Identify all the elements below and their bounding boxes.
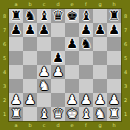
square-d3[interactable] xyxy=(51,79,65,93)
black-pawn: ♟ xyxy=(94,23,106,37)
black-bishop: ♝ xyxy=(80,9,92,23)
square-f1[interactable]: ♝ xyxy=(79,107,93,121)
square-c2[interactable] xyxy=(37,93,51,107)
square-h1[interactable]: ♜ xyxy=(107,107,121,121)
square-a1[interactable]: ♜ xyxy=(9,107,23,121)
rank-label-6: 6 xyxy=(121,37,130,51)
square-a3[interactable] xyxy=(9,79,23,93)
square-g4[interactable] xyxy=(93,65,107,79)
square-g5[interactable] xyxy=(93,51,107,65)
white-king: ♚ xyxy=(66,107,78,121)
white-pawn: ♟ xyxy=(94,93,106,107)
square-b8[interactable]: ♞ xyxy=(23,9,37,23)
square-b2[interactable]: ♟ xyxy=(23,93,37,107)
file-label-c: c xyxy=(37,121,51,130)
square-b1[interactable] xyxy=(23,107,37,121)
square-d5[interactable]: ♟ xyxy=(51,51,65,65)
rank-label-3: 3 xyxy=(121,79,130,93)
file-labels-bottom: abcdefgh xyxy=(9,121,121,130)
square-h3[interactable] xyxy=(107,79,121,93)
square-d7[interactable] xyxy=(51,23,65,37)
square-d2[interactable] xyxy=(51,93,65,107)
square-h6[interactable] xyxy=(107,37,121,51)
square-h5[interactable] xyxy=(107,51,121,65)
file-label-g: g xyxy=(93,121,107,130)
white-pawn: ♟ xyxy=(80,93,92,107)
rank-label-7: 7 xyxy=(121,23,130,37)
white-pawn: ♟ xyxy=(52,65,64,79)
white-pawn: ♟ xyxy=(24,93,36,107)
rank-label-6: 6 xyxy=(0,37,9,51)
square-f8[interactable]: ♝ xyxy=(79,9,93,23)
square-h7[interactable]: ♟ xyxy=(107,23,121,37)
square-b7[interactable]: ♟ xyxy=(23,23,37,37)
rank-label-8: 8 xyxy=(0,9,9,23)
square-e2[interactable]: ♟ xyxy=(65,93,79,107)
square-c1[interactable]: ♝ xyxy=(37,107,51,121)
square-c4[interactable]: ♟ xyxy=(37,65,51,79)
black-pawn: ♟ xyxy=(38,23,50,37)
square-d4[interactable]: ♟ xyxy=(51,65,65,79)
white-pawn: ♟ xyxy=(38,65,50,79)
square-f5[interactable] xyxy=(79,51,93,65)
rank-label-5: 5 xyxy=(0,51,9,65)
square-b5[interactable] xyxy=(23,51,37,65)
white-queen: ♛ xyxy=(52,107,64,121)
square-g2[interactable]: ♟ xyxy=(93,93,107,107)
rank-label-8: 8 xyxy=(121,9,130,23)
file-label-e: e xyxy=(65,121,79,130)
white-knight: ♞ xyxy=(38,79,50,93)
square-e3[interactable] xyxy=(65,79,79,93)
white-pawn: ♟ xyxy=(10,93,22,107)
square-a6[interactable] xyxy=(9,37,23,51)
square-d6[interactable] xyxy=(51,37,65,51)
rank-label-2: 2 xyxy=(0,93,9,107)
file-label-f: f xyxy=(79,121,93,130)
rank-label-5: 5 xyxy=(121,51,130,65)
square-a8[interactable]: ♜ xyxy=(9,9,23,23)
square-f2[interactable]: ♟ xyxy=(79,93,93,107)
file-label-g: g xyxy=(93,0,107,9)
square-g6[interactable] xyxy=(93,37,107,51)
square-c3[interactable]: ♞ xyxy=(37,79,51,93)
rank-label-7: 7 xyxy=(0,23,9,37)
square-g8[interactable] xyxy=(93,9,107,23)
square-h8[interactable]: ♜ xyxy=(107,9,121,23)
square-d1[interactable]: ♛ xyxy=(51,107,65,121)
rank-label-4: 4 xyxy=(0,65,9,79)
black-pawn: ♟ xyxy=(66,37,78,51)
square-f6[interactable]: ♞ xyxy=(79,37,93,51)
black-knight: ♞ xyxy=(80,37,92,51)
black-pawn: ♟ xyxy=(80,23,92,37)
white-rook: ♜ xyxy=(108,107,120,121)
black-rook: ♜ xyxy=(10,9,22,23)
square-b3[interactable] xyxy=(23,79,37,93)
white-bishop: ♝ xyxy=(80,107,92,121)
chess-board-frame: abcdefgh abcdefgh 87654321 87654321 ♜♞♝♛… xyxy=(0,0,130,130)
square-e1[interactable]: ♚ xyxy=(65,107,79,121)
black-queen: ♛ xyxy=(52,9,64,23)
square-e4[interactable] xyxy=(65,65,79,79)
square-f3[interactable] xyxy=(79,79,93,93)
square-e8[interactable]: ♚ xyxy=(65,9,79,23)
square-g1[interactable]: ♞ xyxy=(93,107,107,121)
square-a5[interactable] xyxy=(9,51,23,65)
square-h2[interactable]: ♟ xyxy=(107,93,121,107)
rank-label-4: 4 xyxy=(121,65,130,79)
chess-board: ♜♞♝♛♚♝♜♟♟♟♟♟♟♟♞♟♟♟♞♟♟♟♟♟♟♜♝♛♚♝♞♜ xyxy=(9,9,121,121)
rank-label-2: 2 xyxy=(121,93,130,107)
black-pawn: ♟ xyxy=(52,51,64,65)
square-e7[interactable] xyxy=(65,23,79,37)
file-label-d: d xyxy=(51,121,65,130)
white-rook: ♜ xyxy=(10,107,22,121)
square-g3[interactable] xyxy=(93,79,107,93)
square-e5[interactable] xyxy=(65,51,79,65)
square-c7[interactable]: ♟ xyxy=(37,23,51,37)
black-pawn: ♟ xyxy=(10,23,22,37)
square-a7[interactable]: ♟ xyxy=(9,23,23,37)
white-pawn: ♟ xyxy=(108,93,120,107)
white-knight: ♞ xyxy=(94,107,106,121)
black-rook: ♜ xyxy=(108,9,120,23)
rank-labels-right: 87654321 xyxy=(121,9,130,121)
black-knight: ♞ xyxy=(24,9,36,23)
file-label-b: b xyxy=(23,121,37,130)
rank-label-3: 3 xyxy=(0,79,9,93)
square-c6[interactable] xyxy=(37,37,51,51)
black-pawn: ♟ xyxy=(108,23,120,37)
square-h4[interactable] xyxy=(107,65,121,79)
square-d8[interactable]: ♛ xyxy=(51,9,65,23)
square-c5[interactable] xyxy=(37,51,51,65)
black-king: ♚ xyxy=(66,9,78,23)
file-label-h: h xyxy=(107,121,121,130)
square-b4[interactable] xyxy=(23,65,37,79)
rank-label-1: 1 xyxy=(0,107,9,121)
file-label-a: a xyxy=(9,121,23,130)
white-bishop: ♝ xyxy=(38,107,50,121)
square-f7[interactable]: ♟ xyxy=(79,23,93,37)
rank-label-1: 1 xyxy=(121,107,130,121)
black-bishop: ♝ xyxy=(38,9,50,23)
square-a4[interactable] xyxy=(9,65,23,79)
square-e6[interactable]: ♟ xyxy=(65,37,79,51)
black-pawn: ♟ xyxy=(24,23,36,37)
white-pawn: ♟ xyxy=(66,93,78,107)
square-b6[interactable] xyxy=(23,37,37,51)
square-a2[interactable]: ♟ xyxy=(9,93,23,107)
rank-labels-left: 87654321 xyxy=(0,9,9,121)
square-g7[interactable]: ♟ xyxy=(93,23,107,37)
square-f4[interactable] xyxy=(79,65,93,79)
square-c8[interactable]: ♝ xyxy=(37,9,51,23)
